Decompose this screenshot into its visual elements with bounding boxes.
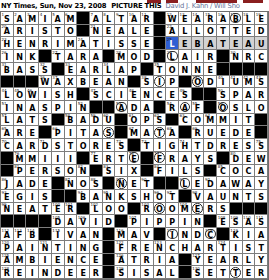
grid-cell[interactable]: E xyxy=(204,254,217,267)
grid-cell[interactable]: 25L xyxy=(166,37,179,50)
grid-cell[interactable]: U xyxy=(217,190,230,203)
grid-cell[interactable]: E xyxy=(65,266,78,279)
grid-cell[interactable]: 10A xyxy=(128,12,141,25)
grid-cell[interactable]: 8L xyxy=(103,12,116,25)
grid-cell[interactable]: S xyxy=(52,139,65,152)
grid-cell[interactable]: 49S xyxy=(179,88,192,101)
grid-cell[interactable]: I xyxy=(39,88,52,101)
grid-cell[interactable]: E xyxy=(128,177,141,190)
grid-cell[interactable]: I xyxy=(230,114,243,127)
grid-cell[interactable]: 53A xyxy=(115,101,128,114)
grid-cell[interactable]: 85C xyxy=(217,165,230,178)
grid-cell[interactable]: R xyxy=(128,241,141,254)
grid-cell[interactable]: I xyxy=(243,228,256,241)
grid-cell[interactable]: 83S xyxy=(103,165,116,178)
grid-cell[interactable]: O xyxy=(65,165,78,178)
grid-cell[interactable]: A xyxy=(179,152,192,165)
grid-cell[interactable]: N xyxy=(141,88,154,101)
grid-cell[interactable]: I xyxy=(52,37,65,50)
grid-cell[interactable]: I xyxy=(128,266,141,279)
grid-cell[interactable]: 97T xyxy=(166,190,179,203)
grid-cell[interactable]: T xyxy=(26,114,39,127)
grid-cell[interactable]: 65A xyxy=(1,126,14,139)
grid-cell[interactable]: C xyxy=(166,241,179,254)
grid-cell[interactable]: O xyxy=(65,25,78,38)
grid-cell[interactable]: S xyxy=(103,126,116,139)
grid-cell[interactable]: H xyxy=(141,190,154,203)
grid-cell[interactable]: A xyxy=(115,25,128,38)
grid-cell[interactable]: O xyxy=(230,165,243,178)
grid-cell[interactable]: R xyxy=(255,266,268,279)
grid-cell[interactable]: T xyxy=(90,37,103,50)
grid-cell[interactable]: 58B xyxy=(65,114,78,127)
grid-cell[interactable]: Y xyxy=(255,254,268,267)
grid-cell[interactable]: S xyxy=(204,152,217,165)
grid-cell[interactable]: R xyxy=(166,152,179,165)
grid-cell[interactable]: 89N xyxy=(115,177,128,190)
grid-cell[interactable]: R xyxy=(90,266,103,279)
grid-cell[interactable]: 109S xyxy=(230,215,243,228)
grid-cell[interactable]: 118C xyxy=(204,228,217,241)
grid-cell[interactable]: O xyxy=(103,203,116,216)
grid-cell[interactable]: 23H xyxy=(1,37,14,50)
grid-cell[interactable]: 67M xyxy=(128,126,141,139)
grid-cell[interactable]: 26I xyxy=(1,50,14,63)
grid-cell[interactable]: D xyxy=(255,25,268,38)
grid-cell[interactable]: 18L xyxy=(243,12,256,25)
grid-cell[interactable]: 60U xyxy=(103,114,116,127)
grid-cell[interactable]: 116M xyxy=(115,228,128,241)
grid-cell[interactable]: E xyxy=(243,266,256,279)
grid-cell[interactable]: I xyxy=(115,88,128,101)
grid-cell[interactable]: 82N xyxy=(77,165,90,178)
grid-cell[interactable]: S xyxy=(39,25,52,38)
grid-cell[interactable]: 37A xyxy=(52,76,65,89)
grid-cell[interactable]: 126A xyxy=(115,254,128,267)
grid-cell[interactable]: E xyxy=(14,203,27,216)
grid-cell[interactable]: A xyxy=(65,50,78,63)
grid-cell[interactable]: 35T xyxy=(154,63,167,76)
grid-cell[interactable]: I xyxy=(65,241,78,254)
grid-cell[interactable]: 101R xyxy=(65,203,78,216)
grid-cell[interactable]: 1S xyxy=(1,12,14,25)
grid-cell[interactable]: T xyxy=(128,254,141,267)
grid-cell[interactable]: I xyxy=(39,254,52,267)
grid-cell[interactable]: E xyxy=(192,177,205,190)
grid-cell[interactable]: R xyxy=(204,50,217,63)
grid-cell[interactable]: 77E xyxy=(90,152,103,165)
grid-cell[interactable]: 96O xyxy=(154,190,167,203)
grid-cell[interactable]: V xyxy=(65,228,78,241)
grid-cell[interactable]: D xyxy=(103,215,116,228)
grid-cell[interactable]: N xyxy=(179,63,192,76)
grid-cell[interactable]: A xyxy=(90,126,103,139)
grid-cell[interactable]: 17B xyxy=(230,12,243,25)
grid-cell[interactable]: 86J xyxy=(1,177,14,190)
grid-cell[interactable]: A xyxy=(243,177,256,190)
grid-cell[interactable]: 40I xyxy=(217,76,230,89)
grid-cell[interactable]: T xyxy=(77,126,90,139)
grid-cell[interactable]: 15R xyxy=(204,12,217,25)
grid-cell[interactable]: C xyxy=(77,254,90,267)
grid-cell[interactable]: 61O xyxy=(128,114,141,127)
grid-cell[interactable]: R xyxy=(26,139,39,152)
grid-cell[interactable]: A xyxy=(90,50,103,63)
grid-cell[interactable]: S xyxy=(230,101,243,114)
grid-cell[interactable]: S xyxy=(52,165,65,178)
grid-cell[interactable]: D xyxy=(26,177,39,190)
grid-cell[interactable]: 74H xyxy=(179,139,192,152)
grid-cell[interactable]: 111S xyxy=(255,215,268,228)
grid-cell[interactable]: A xyxy=(14,177,27,190)
grid-cell[interactable]: S xyxy=(141,266,154,279)
grid-cell[interactable]: I xyxy=(103,37,116,50)
grid-cell[interactable]: 102L xyxy=(90,203,103,216)
grid-cell[interactable]: R xyxy=(90,63,103,76)
grid-cell[interactable]: T xyxy=(243,190,256,203)
grid-cell[interactable]: 20A xyxy=(1,25,14,38)
grid-cell[interactable]: E xyxy=(26,165,39,178)
grid-cell[interactable]: A xyxy=(77,114,90,127)
grid-cell[interactable]: D xyxy=(230,126,243,139)
grid-cell[interactable]: 73T xyxy=(141,139,154,152)
grid-cell[interactable]: P xyxy=(52,101,65,114)
grid-cell[interactable]: A xyxy=(154,266,167,279)
grid-cell[interactable]: 70C xyxy=(1,139,14,152)
grid-cell[interactable]: E xyxy=(141,25,154,38)
grid-cell[interactable]: E xyxy=(204,266,217,279)
grid-cell[interactable]: N xyxy=(115,76,128,89)
grid-cell[interactable]: E xyxy=(39,177,52,190)
grid-cell[interactable]: S xyxy=(26,63,39,76)
grid-cell[interactable]: O xyxy=(115,203,128,216)
grid-cell[interactable]: C xyxy=(154,88,167,101)
grid-cell[interactable]: 41U xyxy=(230,76,243,89)
grid-cell[interactable]: A xyxy=(255,165,268,178)
grid-cell[interactable]: 117I xyxy=(166,228,179,241)
grid-cell[interactable]: S xyxy=(243,139,256,152)
grid-cell[interactable]: L xyxy=(128,25,141,38)
grid-cell[interactable]: 63C xyxy=(179,114,192,127)
grid-cell[interactable]: I xyxy=(26,266,39,279)
grid-cell[interactable]: O xyxy=(255,101,268,114)
grid-cell[interactable]: E xyxy=(243,126,256,139)
grid-cell[interactable]: 30N xyxy=(230,50,243,63)
grid-cell[interactable]: C xyxy=(243,165,256,178)
grid-cell[interactable]: L xyxy=(192,25,205,38)
grid-cell[interactable]: 47S xyxy=(90,88,103,101)
grid-cell[interactable]: A xyxy=(217,177,230,190)
grid-cell[interactable]: 87N xyxy=(65,177,78,190)
grid-cell[interactable]: 81P xyxy=(14,165,27,178)
grid-cell[interactable]: Y xyxy=(255,177,268,190)
grid-cell[interactable]: R xyxy=(14,25,27,38)
grid-cell[interactable]: E xyxy=(192,203,205,216)
grid-cell[interactable]: I xyxy=(26,241,39,254)
grid-cell[interactable]: T xyxy=(192,139,205,152)
grid-cell[interactable]: 95N xyxy=(103,190,116,203)
grid-cell[interactable]: E xyxy=(243,25,256,38)
grid-cell[interactable]: E xyxy=(14,37,27,50)
grid-cell[interactable]: O xyxy=(154,203,167,216)
grid-cell[interactable]: L xyxy=(179,25,192,38)
grid-cell[interactable]: 128R xyxy=(1,266,14,279)
grid-cell[interactable]: P xyxy=(166,76,179,89)
grid-cell[interactable]: T xyxy=(52,25,65,38)
grid-cell[interactable]: A xyxy=(204,190,217,203)
grid-cell[interactable]: D xyxy=(204,139,217,152)
grid-cell[interactable]: 50S xyxy=(217,88,230,101)
grid-cell[interactable]: A xyxy=(243,88,256,101)
grid-cell[interactable]: 7A xyxy=(90,12,103,25)
grid-cell[interactable]: 14A xyxy=(192,12,205,25)
grid-cell[interactable]: 110A xyxy=(243,215,256,228)
grid-cell[interactable]: I xyxy=(65,126,78,139)
grid-cell[interactable]: 36W xyxy=(39,76,52,89)
grid-cell[interactable]: C xyxy=(103,88,116,101)
grid-cell[interactable]: R xyxy=(90,139,103,152)
grid-cell[interactable]: T xyxy=(52,241,65,254)
grid-cell[interactable]: 52N xyxy=(77,101,90,114)
grid-cell[interactable]: A xyxy=(103,76,116,89)
grid-cell[interactable]: 75S xyxy=(255,139,268,152)
grid-cell[interactable]: 129S xyxy=(115,266,128,279)
grid-cell[interactable]: 106V xyxy=(77,215,90,228)
grid-cell[interactable]: O xyxy=(192,114,205,127)
grid-cell[interactable]: A xyxy=(14,241,27,254)
grid-cell[interactable]: 55F xyxy=(192,101,205,114)
grid-cell[interactable]: T xyxy=(115,152,128,165)
grid-cell[interactable]: 124T xyxy=(217,241,230,254)
grid-cell[interactable]: H xyxy=(179,241,192,254)
grid-cell[interactable]: A xyxy=(128,228,141,241)
grid-cell[interactable]: X xyxy=(128,165,141,178)
grid-cell[interactable]: 4I xyxy=(39,12,52,25)
grid-cell[interactable]: T xyxy=(217,25,230,38)
grid-cell[interactable]: A xyxy=(90,190,103,203)
grid-cell[interactable]: 107P xyxy=(128,215,141,228)
grid-cell[interactable]: T xyxy=(255,241,268,254)
grid-cell[interactable]: O xyxy=(204,25,217,38)
grid-cell[interactable]: A xyxy=(14,114,27,127)
grid-cell[interactable]: O xyxy=(77,177,90,190)
grid-cell[interactable]: 43S xyxy=(255,76,268,89)
grid-cell[interactable]: A xyxy=(115,63,128,76)
grid-cell[interactable]: T xyxy=(154,126,167,139)
grid-cell[interactable]: I xyxy=(166,165,179,178)
grid-cell[interactable]: C xyxy=(255,50,268,63)
grid-cell[interactable]: S xyxy=(39,114,52,127)
grid-cell[interactable]: M xyxy=(14,254,27,267)
grid-cell[interactable]: A xyxy=(141,126,154,139)
grid-cell[interactable]: 13E xyxy=(179,12,192,25)
grid-cell[interactable]: W xyxy=(255,152,268,165)
grid-cell[interactable]: Y xyxy=(192,152,205,165)
grid-cell[interactable]: I xyxy=(26,25,39,38)
grid-cell[interactable]: S xyxy=(217,203,230,216)
grid-cell[interactable]: 11R xyxy=(141,12,154,25)
grid-cell[interactable]: 45O xyxy=(14,88,27,101)
grid-cell[interactable]: 6M xyxy=(65,12,78,25)
grid-cell[interactable]: 3M xyxy=(26,12,39,25)
grid-cell[interactable]: 59D xyxy=(90,114,103,127)
grid-cell[interactable]: 16A xyxy=(217,12,230,25)
grid-cell[interactable]: S xyxy=(128,37,141,50)
grid-cell[interactable]: 33E xyxy=(65,63,78,76)
grid-cell[interactable]: W xyxy=(230,177,243,190)
grid-cell[interactable]: 29L xyxy=(166,50,179,63)
grid-cell[interactable]: T xyxy=(230,266,243,279)
grid-cell[interactable]: I xyxy=(179,215,192,228)
grid-cell[interactable]: N xyxy=(14,101,27,114)
grid-cell[interactable]: D xyxy=(52,266,65,279)
grid-cell[interactable]: I xyxy=(154,254,167,267)
grid-cell[interactable]: N xyxy=(230,190,243,203)
grid-cell[interactable]: S xyxy=(115,37,128,50)
grid-cell[interactable]: E xyxy=(243,152,256,165)
grid-cell[interactable]: 115I xyxy=(52,228,65,241)
grid-cell[interactable]: 28M xyxy=(115,50,128,63)
grid-cell[interactable]: 19E xyxy=(255,12,268,25)
grid-cell[interactable]: R xyxy=(103,152,116,165)
grid-cell[interactable]: 112A xyxy=(1,228,14,241)
grid-cell[interactable]: B xyxy=(26,254,39,267)
grid-cell[interactable]: A xyxy=(26,203,39,216)
grid-cell[interactable]: P xyxy=(166,215,179,228)
grid-cell[interactable]: O xyxy=(166,203,179,216)
grid-cell[interactable]: P xyxy=(141,114,154,127)
grid-cell[interactable]: I xyxy=(52,152,65,165)
grid-cell[interactable]: I xyxy=(26,190,39,203)
grid-cell[interactable]: N xyxy=(39,266,52,279)
grid-cell[interactable]: S xyxy=(52,88,65,101)
grid-cell[interactable]: E xyxy=(103,139,116,152)
grid-cell[interactable]: A xyxy=(255,228,268,241)
grid-cell[interactable]: E xyxy=(90,254,103,267)
grid-cell[interactable]: R xyxy=(255,88,268,101)
grid-cell[interactable]: 12W xyxy=(166,12,179,25)
grid-cell[interactable]: 2A xyxy=(14,12,27,25)
grid-cell[interactable]: S xyxy=(39,101,52,114)
grid-cell[interactable]: R xyxy=(204,203,217,216)
grid-cell[interactable]: 9T xyxy=(115,12,128,25)
grid-cell[interactable]: R xyxy=(14,126,27,139)
grid-cell[interactable]: E xyxy=(230,139,243,152)
grid-cell[interactable]: A xyxy=(217,254,230,267)
grid-cell[interactable]: T xyxy=(243,114,256,127)
grid-cell[interactable]: N xyxy=(179,228,192,241)
grid-cell[interactable]: I xyxy=(154,76,167,89)
grid-cell[interactable]: R xyxy=(230,254,243,267)
grid-cell[interactable]: D xyxy=(128,101,141,114)
grid-cell[interactable]: G xyxy=(166,139,179,152)
grid-cell[interactable]: 27T xyxy=(52,50,65,63)
grid-cell[interactable]: E xyxy=(52,254,65,267)
grid-cell[interactable]: 120P xyxy=(1,241,14,254)
grid-cell[interactable]: 99N xyxy=(1,203,14,216)
grid-cell[interactable]: 93E xyxy=(1,190,14,203)
grid-cell[interactable]: 64M xyxy=(204,114,217,127)
grid-cell[interactable]: L xyxy=(179,165,192,178)
grid-cell[interactable]: E xyxy=(204,63,217,76)
grid-cell[interactable]: P xyxy=(230,88,243,101)
grid-cell[interactable]: E xyxy=(103,25,116,38)
grid-cell[interactable]: 31B xyxy=(1,63,14,76)
grid-cell[interactable]: U xyxy=(204,126,217,139)
grid-cell[interactable]: I xyxy=(65,101,78,114)
grid-cell[interactable]: E xyxy=(141,37,154,50)
grid-cell[interactable]: S xyxy=(192,165,205,178)
grid-cell[interactable]: R xyxy=(77,50,90,63)
grid-cell[interactable]: A xyxy=(65,215,78,228)
grid-cell[interactable]: A xyxy=(179,101,192,114)
grid-cell[interactable]: A xyxy=(141,101,154,114)
grid-cell[interactable]: T xyxy=(230,25,243,38)
grid-cell[interactable]: R xyxy=(39,37,52,50)
grid-cell[interactable]: 39O xyxy=(192,76,205,89)
grid-cell[interactable]: A xyxy=(26,101,39,114)
grid-cell[interactable]: 130S xyxy=(192,266,205,279)
grid-cell[interactable]: 113F xyxy=(14,228,27,241)
grid-cell[interactable]: G xyxy=(14,190,27,203)
grid-cell[interactable]: T xyxy=(217,266,230,279)
grid-cell[interactable]: I xyxy=(230,241,243,254)
grid-cell[interactable]: M xyxy=(65,37,78,50)
grid-cell[interactable]: 51I xyxy=(1,101,14,114)
grid-cell[interactable]: A xyxy=(243,37,256,50)
grid-cell[interactable]: 56O xyxy=(217,101,230,114)
grid-cell[interactable]: 125A xyxy=(1,254,14,267)
grid-cell[interactable]: 123N xyxy=(154,241,167,254)
grid-cell[interactable]: N xyxy=(14,50,27,63)
grid-cell[interactable]: 108E xyxy=(217,215,230,228)
grid-cell[interactable]: V xyxy=(141,228,154,241)
grid-cell[interactable]: R xyxy=(39,165,52,178)
grid-cell[interactable]: 92D xyxy=(204,177,217,190)
grid-cell[interactable]: G xyxy=(90,241,103,254)
grid-cell[interactable]: 119K xyxy=(230,228,243,241)
grid-cell[interactable]: N xyxy=(192,215,205,228)
grid-cell[interactable]: E xyxy=(217,126,230,139)
grid-cell[interactable]: 69R xyxy=(192,126,205,139)
grid-cell[interactable]: 66P xyxy=(52,126,65,139)
grid-cell[interactable]: S xyxy=(39,190,52,203)
grid-cell[interactable]: 48E xyxy=(128,88,141,101)
grid-cell[interactable]: 24A xyxy=(77,37,90,50)
grid-cell[interactable]: K xyxy=(115,190,128,203)
grid-cell[interactable]: 78E xyxy=(128,152,141,165)
grid-cell[interactable]: I xyxy=(154,139,167,152)
grid-cell[interactable]: B xyxy=(77,76,90,89)
grid-cell[interactable]: A xyxy=(14,63,27,76)
grid-cell[interactable]: I xyxy=(65,152,78,165)
grid-cell[interactable]: E xyxy=(90,76,103,89)
grid-cell[interactable]: 46W xyxy=(26,88,39,101)
grid-cell[interactable]: E xyxy=(141,241,154,254)
grid-cell[interactable]: E xyxy=(14,266,27,279)
grid-cell[interactable]: D xyxy=(141,50,154,63)
grid-cell[interactable]: 32S xyxy=(39,63,52,76)
grid-cell[interactable]: 121N xyxy=(39,241,52,254)
grid-cell[interactable]: T xyxy=(65,139,78,152)
grid-cell[interactable]: S xyxy=(243,241,256,254)
grid-cell[interactable]: A xyxy=(14,139,27,152)
grid-cell[interactable]: 72S xyxy=(115,139,128,152)
grid-cell[interactable]: A xyxy=(179,50,192,63)
grid-cell[interactable]: I xyxy=(141,215,154,228)
grid-cell[interactable]: D xyxy=(192,228,205,241)
grid-cell[interactable]: I xyxy=(90,215,103,228)
